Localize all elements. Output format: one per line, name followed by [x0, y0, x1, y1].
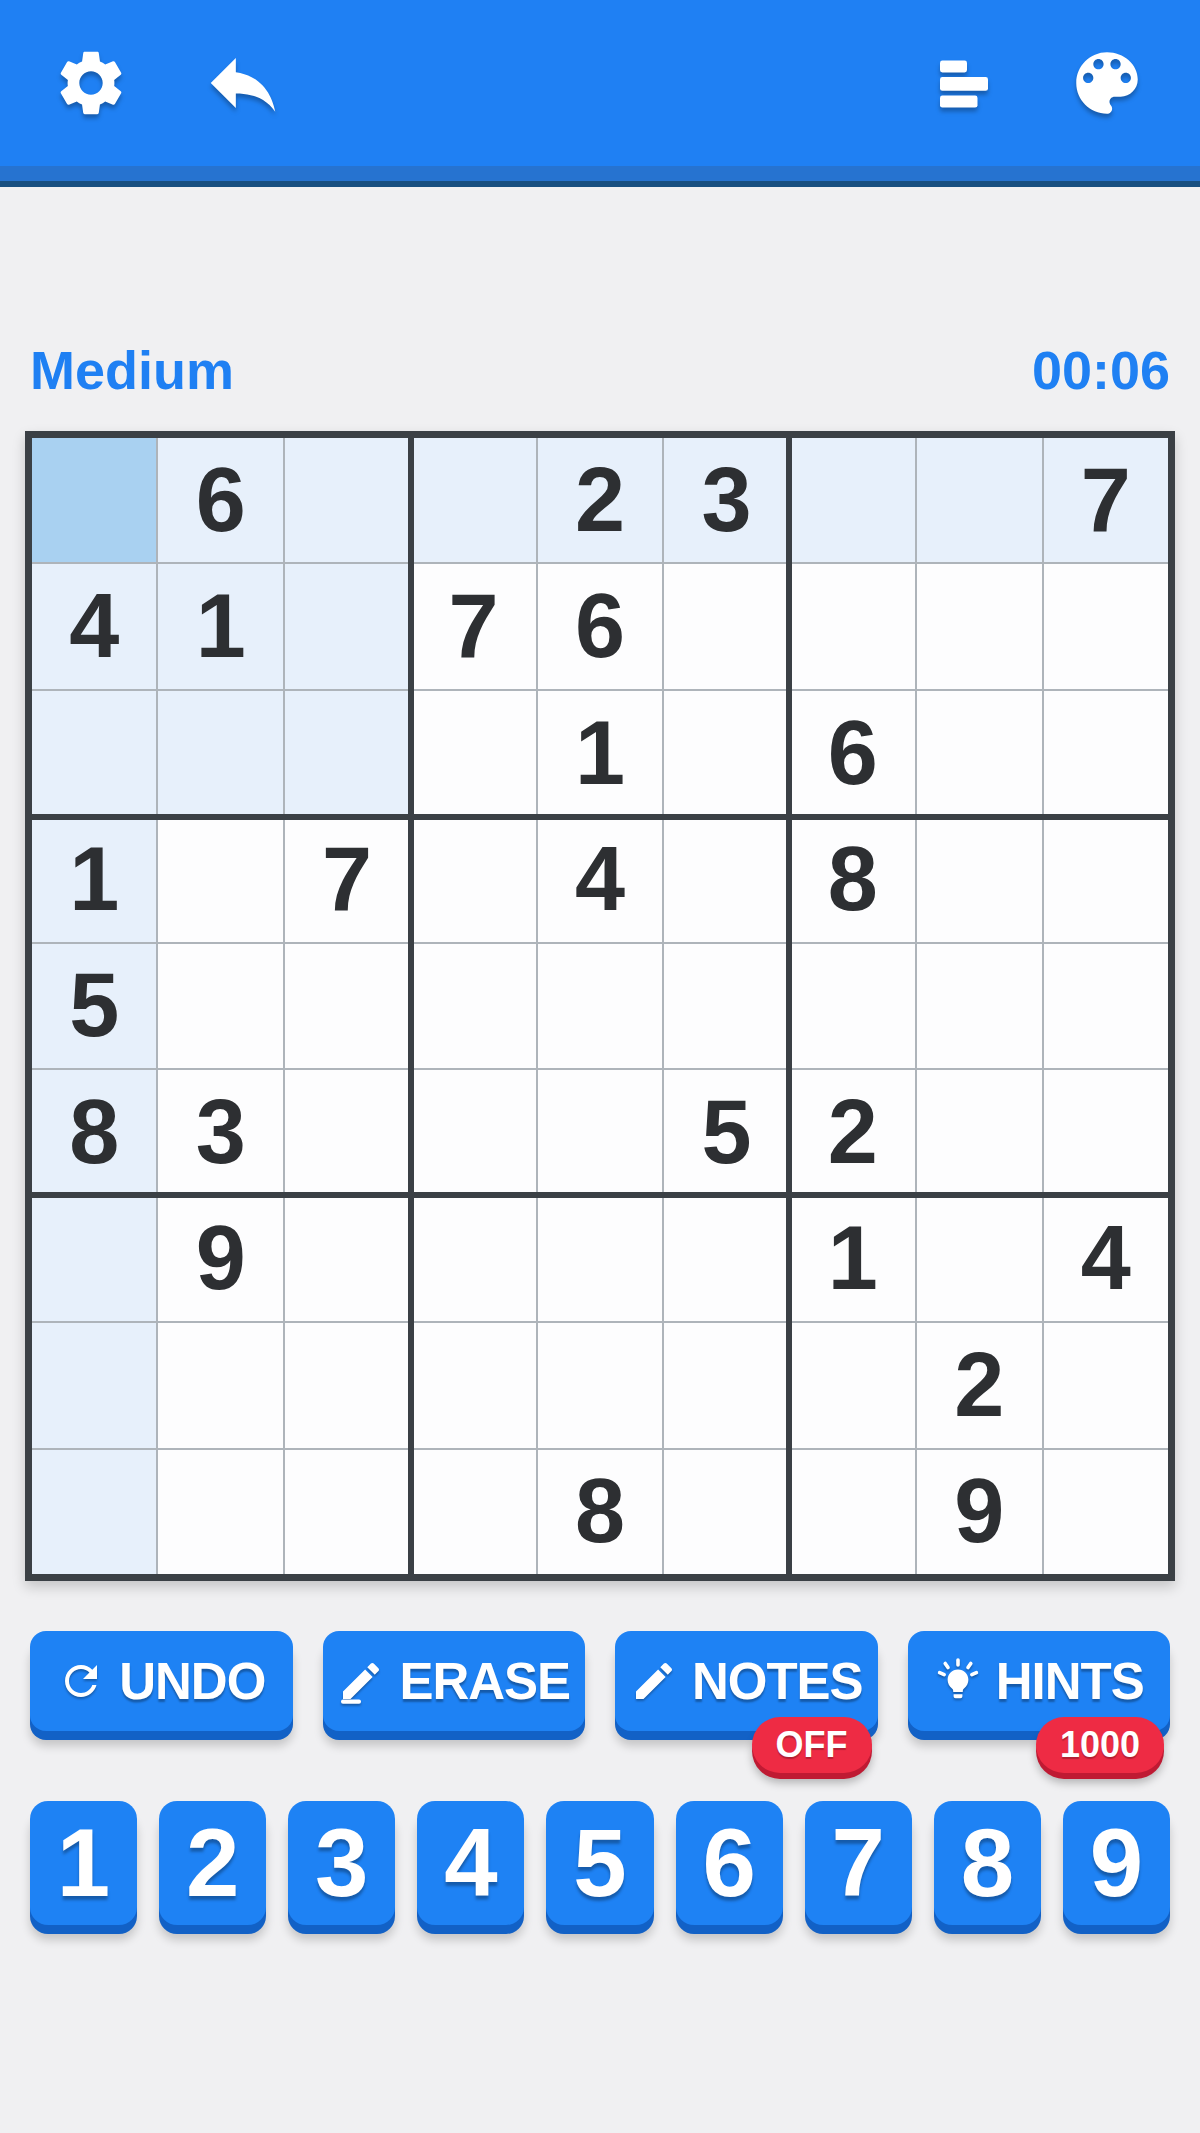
- palette-icon: [1066, 42, 1148, 124]
- notes-label: NOTES: [692, 1652, 863, 1711]
- cell-r7c4[interactable]: [411, 1197, 535, 1321]
- cell-r3c3[interactable]: [285, 691, 409, 815]
- erase-label: ERASE: [399, 1652, 570, 1711]
- cell-r8c3[interactable]: [285, 1323, 409, 1447]
- cell-r8c7[interactable]: [791, 1323, 915, 1447]
- notes-pencil-icon: [630, 1657, 678, 1705]
- cell-r4c6[interactable]: [664, 817, 788, 941]
- cell-r9c8[interactable]: 9: [917, 1450, 1041, 1574]
- cell-r4c7[interactable]: 8: [791, 817, 915, 941]
- cell-r6c1[interactable]: 8: [32, 1070, 156, 1194]
- cell-r8c9[interactable]: [1044, 1323, 1168, 1447]
- numpad-8[interactable]: 8: [934, 1801, 1041, 1925]
- cell-r1c7[interactable]: [791, 438, 915, 562]
- cell-r6c6[interactable]: 5: [664, 1070, 788, 1194]
- cell-r2c4[interactable]: 7: [411, 564, 535, 688]
- cell-r6c3[interactable]: [285, 1070, 409, 1194]
- notes-off-badge: OFF: [752, 1717, 872, 1773]
- cell-r9c9[interactable]: [1044, 1450, 1168, 1574]
- cell-r7c7[interactable]: 1: [791, 1197, 915, 1321]
- notes-button[interactable]: NOTES OFF: [615, 1631, 878, 1731]
- cell-r1c5[interactable]: 2: [538, 438, 662, 562]
- numpad-5[interactable]: 5: [546, 1801, 653, 1925]
- cell-r9c4[interactable]: [411, 1450, 535, 1574]
- hints-lightbulb-icon: [934, 1657, 982, 1705]
- toolbar: UNDO ERASE NOTES OFF HINTS 1000: [30, 1631, 1170, 1731]
- cell-r3c2[interactable]: [158, 691, 282, 815]
- cell-r3c4[interactable]: [411, 691, 535, 815]
- erase-pencil-icon: [337, 1657, 385, 1705]
- board-wrap: 6237417616174858352914289: [25, 431, 1175, 1581]
- cell-r1c6[interactable]: 3: [664, 438, 788, 562]
- cell-r1c3[interactable]: [285, 438, 409, 562]
- cell-r6c8[interactable]: [917, 1070, 1041, 1194]
- cell-r1c8[interactable]: [917, 438, 1041, 562]
- cell-r5c5[interactable]: [538, 944, 662, 1068]
- cell-r8c4[interactable]: [411, 1323, 535, 1447]
- cell-r9c2[interactable]: [158, 1450, 282, 1574]
- cell-r6c4[interactable]: [411, 1070, 535, 1194]
- header-shadow-strip: [0, 166, 1200, 181]
- cell-r2c9[interactable]: [1044, 564, 1168, 688]
- cell-r6c9[interactable]: [1044, 1070, 1168, 1194]
- header-bar: [0, 0, 1200, 166]
- cell-r2c7[interactable]: [791, 564, 915, 688]
- stats-bars-icon: [928, 47, 1000, 119]
- cell-r4c4[interactable]: [411, 817, 535, 941]
- cell-r4c2[interactable]: [158, 817, 282, 941]
- sudoku-board: 6237417616174858352914289: [25, 431, 1175, 1581]
- cell-r7c2[interactable]: 9: [158, 1197, 282, 1321]
- cell-r7c6[interactable]: [664, 1197, 788, 1321]
- cell-r8c8[interactable]: 2: [917, 1323, 1041, 1447]
- cell-r6c7[interactable]: 2: [791, 1070, 915, 1194]
- undo-button[interactable]: UNDO: [30, 1631, 293, 1731]
- cell-r1c2[interactable]: 6: [158, 438, 282, 562]
- cell-r4c3[interactable]: 7: [285, 817, 409, 941]
- cell-r6c2[interactable]: 3: [158, 1070, 282, 1194]
- cell-r2c3[interactable]: [285, 564, 409, 688]
- cell-r9c5[interactable]: 8: [538, 1450, 662, 1574]
- cell-r5c1[interactable]: 5: [32, 944, 156, 1068]
- cell-r4c9[interactable]: [1044, 817, 1168, 941]
- cell-r8c2[interactable]: [158, 1323, 282, 1447]
- numpad: 123456789: [30, 1801, 1170, 1925]
- numpad-3[interactable]: 3: [288, 1801, 395, 1925]
- cell-r9c6[interactable]: [664, 1450, 788, 1574]
- numpad-7[interactable]: 7: [805, 1801, 912, 1925]
- cell-r9c1[interactable]: [32, 1450, 156, 1574]
- difficulty-label: Medium: [30, 339, 234, 401]
- numpad-9[interactable]: 9: [1063, 1801, 1170, 1925]
- cell-r2c1[interactable]: 4: [32, 564, 156, 688]
- cell-r3c1[interactable]: [32, 691, 156, 815]
- status-row: Medium 00:06: [30, 339, 1170, 401]
- cell-r7c8[interactable]: [917, 1197, 1041, 1321]
- cell-r7c3[interactable]: [285, 1197, 409, 1321]
- cell-r1c9[interactable]: 7: [1044, 438, 1168, 562]
- cell-r5c8[interactable]: [917, 944, 1041, 1068]
- cell-r1c1[interactable]: [32, 438, 156, 562]
- cell-r1c4[interactable]: [411, 438, 535, 562]
- cell-r5c3[interactable]: [285, 944, 409, 1068]
- cell-r3c9[interactable]: [1044, 691, 1168, 815]
- header-shadow-strip-dark: [0, 181, 1200, 187]
- undo-circular-arrow-icon: [57, 1657, 105, 1705]
- cell-r5c6[interactable]: [664, 944, 788, 1068]
- cell-r3c7[interactable]: 6: [791, 691, 915, 815]
- cell-r3c8[interactable]: [917, 691, 1041, 815]
- theme-button[interactable]: [1066, 42, 1148, 124]
- reply-arrow-icon: [200, 40, 286, 126]
- cell-r8c5[interactable]: [538, 1323, 662, 1447]
- cell-r8c6[interactable]: [664, 1323, 788, 1447]
- back-button[interactable]: [200, 40, 286, 126]
- cell-r2c2[interactable]: 1: [158, 564, 282, 688]
- cell-r6c5[interactable]: [538, 1070, 662, 1194]
- cell-r5c4[interactable]: [411, 944, 535, 1068]
- cell-r5c2[interactable]: [158, 944, 282, 1068]
- cell-r2c6[interactable]: [664, 564, 788, 688]
- cell-r5c9[interactable]: [1044, 944, 1168, 1068]
- cell-r7c5[interactable]: [538, 1197, 662, 1321]
- cell-r9c7[interactable]: [791, 1450, 915, 1574]
- cell-r7c1[interactable]: [32, 1197, 156, 1321]
- numpad-4[interactable]: 4: [417, 1801, 524, 1925]
- cell-r3c5[interactable]: 1: [538, 691, 662, 815]
- cell-r5c7[interactable]: [791, 944, 915, 1068]
- gear-icon: [52, 44, 130, 122]
- cell-r8c1[interactable]: [32, 1323, 156, 1447]
- cell-r9c3[interactable]: [285, 1450, 409, 1574]
- numpad-2[interactable]: 2: [159, 1801, 266, 1925]
- cell-r7c9[interactable]: 4: [1044, 1197, 1168, 1321]
- erase-button[interactable]: ERASE: [323, 1631, 586, 1731]
- cell-r4c8[interactable]: [917, 817, 1041, 941]
- stats-button[interactable]: [928, 47, 1000, 119]
- numpad-1[interactable]: 1: [30, 1801, 137, 1925]
- cell-r2c8[interactable]: [917, 564, 1041, 688]
- cell-r3c6[interactable]: [664, 691, 788, 815]
- settings-button[interactable]: [52, 44, 130, 122]
- cell-r2c5[interactable]: 6: [538, 564, 662, 688]
- hints-button[interactable]: HINTS 1000: [908, 1631, 1171, 1731]
- undo-label: UNDO: [119, 1652, 265, 1711]
- numpad-6[interactable]: 6: [676, 1801, 783, 1925]
- timer-label: 00:06: [1032, 339, 1170, 401]
- cell-r4c5[interactable]: 4: [538, 817, 662, 941]
- hints-label: HINTS: [996, 1652, 1144, 1711]
- hints-count-badge: 1000: [1036, 1717, 1164, 1773]
- cell-r4c1[interactable]: 1: [32, 817, 156, 941]
